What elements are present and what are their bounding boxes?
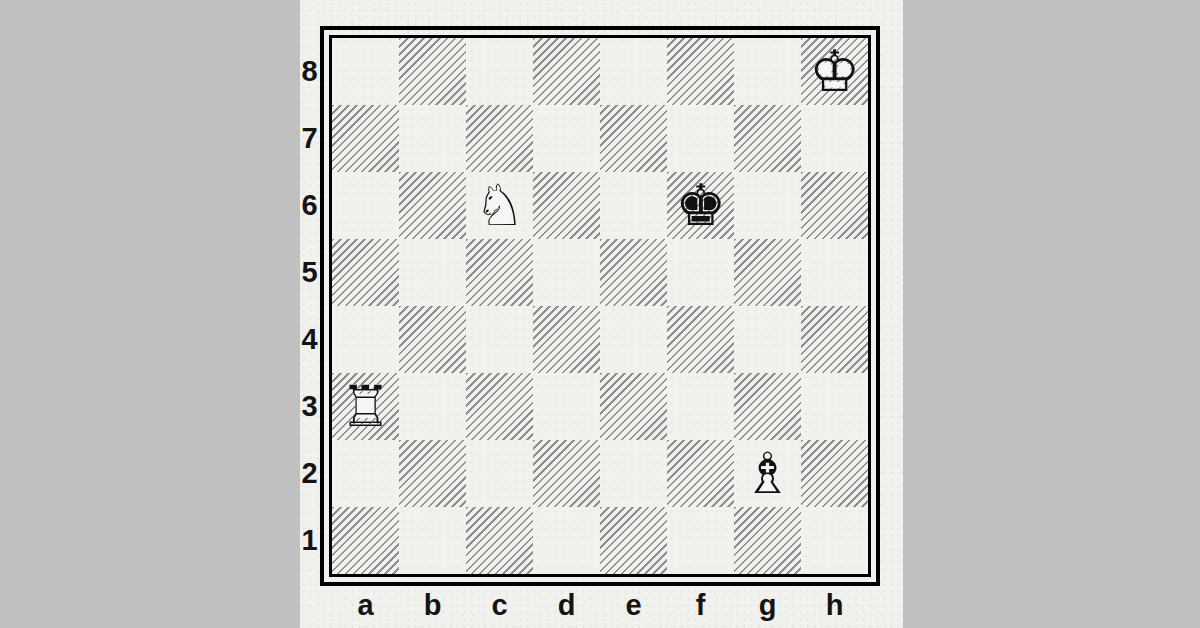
square-b4 bbox=[399, 306, 466, 373]
square-c8 bbox=[466, 38, 533, 105]
square-a8 bbox=[332, 38, 399, 105]
square-a4 bbox=[332, 306, 399, 373]
piece-white-knight-c6: ♞♘ bbox=[466, 172, 533, 239]
rank-label-8: 8 bbox=[300, 38, 319, 105]
piece-glyph: ♘ bbox=[466, 172, 533, 239]
piece-glyph: ♗ bbox=[734, 440, 801, 507]
square-a1 bbox=[332, 507, 399, 574]
piece-white-king-h8: ♚♔ bbox=[801, 38, 868, 105]
square-h5 bbox=[801, 239, 868, 306]
piece-white-rook-a3: ♜♖ bbox=[332, 373, 399, 440]
square-e3 bbox=[600, 373, 667, 440]
square-h7 bbox=[801, 105, 868, 172]
rank-label-3: 3 bbox=[300, 373, 319, 440]
chess-diagram: 87654321 ♚♔♞♘♚♜♖♝♗ abcdefgh bbox=[0, 0, 1200, 628]
square-c6: ♞♘ bbox=[466, 172, 533, 239]
square-c2 bbox=[466, 440, 533, 507]
file-labels: abcdefgh bbox=[332, 588, 868, 622]
piece-black-king-f6: ♚ bbox=[667, 172, 734, 239]
file-label-d: d bbox=[533, 588, 600, 622]
square-d5 bbox=[533, 239, 600, 306]
square-f7 bbox=[667, 105, 734, 172]
square-a3: ♜♖ bbox=[332, 373, 399, 440]
square-b3 bbox=[399, 373, 466, 440]
square-g6 bbox=[734, 172, 801, 239]
square-e1 bbox=[600, 507, 667, 574]
file-label-a: a bbox=[332, 588, 399, 622]
file-label-e: e bbox=[600, 588, 667, 622]
square-d1 bbox=[533, 507, 600, 574]
square-a2 bbox=[332, 440, 399, 507]
square-h8: ♚♔ bbox=[801, 38, 868, 105]
square-h3 bbox=[801, 373, 868, 440]
rank-label-2: 2 bbox=[300, 440, 319, 507]
square-g2: ♝♗ bbox=[734, 440, 801, 507]
file-label-b: b bbox=[399, 588, 466, 622]
square-c1 bbox=[466, 507, 533, 574]
square-e6 bbox=[600, 172, 667, 239]
square-b6 bbox=[399, 172, 466, 239]
square-h2 bbox=[801, 440, 868, 507]
square-f2 bbox=[667, 440, 734, 507]
square-c3 bbox=[466, 373, 533, 440]
rank-label-1: 1 bbox=[300, 507, 319, 574]
square-g8 bbox=[734, 38, 801, 105]
board-inner-frame: ♚♔♞♘♚♜♖♝♗ bbox=[329, 35, 871, 577]
piece-glyph: ♚ bbox=[667, 172, 734, 239]
square-g1 bbox=[734, 507, 801, 574]
square-e8 bbox=[600, 38, 667, 105]
square-e5 bbox=[600, 239, 667, 306]
square-f1 bbox=[667, 507, 734, 574]
piece-white-bishop-g2: ♝♗ bbox=[734, 440, 801, 507]
square-h6 bbox=[801, 172, 868, 239]
square-g4 bbox=[734, 306, 801, 373]
rank-label-6: 6 bbox=[300, 172, 319, 239]
square-f6: ♚ bbox=[667, 172, 734, 239]
square-g5 bbox=[734, 239, 801, 306]
file-label-f: f bbox=[667, 588, 734, 622]
square-e4 bbox=[600, 306, 667, 373]
square-d6 bbox=[533, 172, 600, 239]
rank-label-4: 4 bbox=[300, 306, 319, 373]
square-a5 bbox=[332, 239, 399, 306]
square-a6 bbox=[332, 172, 399, 239]
square-f5 bbox=[667, 239, 734, 306]
square-a7 bbox=[332, 105, 399, 172]
square-b5 bbox=[399, 239, 466, 306]
file-label-h: h bbox=[801, 588, 868, 622]
rank-label-7: 7 bbox=[300, 105, 319, 172]
chess-board: ♚♔♞♘♚♜♖♝♗ bbox=[332, 38, 868, 574]
square-h1 bbox=[801, 507, 868, 574]
rank-labels: 87654321 bbox=[300, 38, 319, 574]
square-d7 bbox=[533, 105, 600, 172]
piece-glyph: ♔ bbox=[801, 38, 868, 105]
square-d3 bbox=[533, 373, 600, 440]
square-g7 bbox=[734, 105, 801, 172]
square-c4 bbox=[466, 306, 533, 373]
piece-glyph: ♖ bbox=[332, 373, 399, 440]
square-d4 bbox=[533, 306, 600, 373]
square-h4 bbox=[801, 306, 868, 373]
square-g3 bbox=[734, 373, 801, 440]
square-e2 bbox=[600, 440, 667, 507]
square-b1 bbox=[399, 507, 466, 574]
file-label-g: g bbox=[734, 588, 801, 622]
diagram-panel: 87654321 ♚♔♞♘♚♜♖♝♗ abcdefgh bbox=[300, 0, 903, 628]
square-b7 bbox=[399, 105, 466, 172]
square-b2 bbox=[399, 440, 466, 507]
square-b8 bbox=[399, 38, 466, 105]
square-f3 bbox=[667, 373, 734, 440]
square-f8 bbox=[667, 38, 734, 105]
board-frame: ♚♔♞♘♚♜♖♝♗ bbox=[320, 26, 880, 586]
file-label-c: c bbox=[466, 588, 533, 622]
square-f4 bbox=[667, 306, 734, 373]
rank-label-5: 5 bbox=[300, 239, 319, 306]
square-d8 bbox=[533, 38, 600, 105]
square-c5 bbox=[466, 239, 533, 306]
square-e7 bbox=[600, 105, 667, 172]
square-c7 bbox=[466, 105, 533, 172]
square-d2 bbox=[533, 440, 600, 507]
